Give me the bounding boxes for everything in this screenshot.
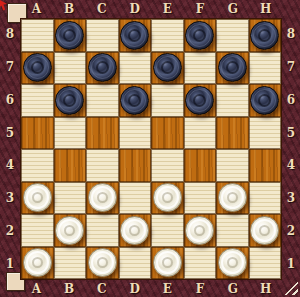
rank-label-right-3: 3 — [282, 182, 300, 215]
file-label-top-g: G — [217, 0, 250, 18]
white-man-b2[interactable] — [55, 216, 84, 245]
white-man-g3[interactable] — [218, 183, 247, 212]
rank-label-left-3: 3 — [0, 182, 20, 215]
square-b3[interactable] — [54, 182, 87, 215]
black-man-e7[interactable] — [153, 53, 182, 82]
square-f3[interactable] — [184, 182, 217, 215]
file-label-bottom-g: G — [217, 280, 250, 297]
square-h8[interactable] — [249, 19, 282, 52]
file-label-bottom-f: F — [184, 280, 217, 297]
square-a4[interactable] — [21, 149, 54, 182]
square-h6[interactable] — [249, 84, 282, 117]
checkers-app-window: ABCDEFGH ABCDEFGH 87654321 87654321 — [0, 0, 300, 297]
square-f1[interactable] — [184, 247, 217, 280]
black-man-d6[interactable] — [120, 86, 149, 115]
resize-grip-icon[interactable] — [284, 281, 298, 295]
square-e6[interactable] — [151, 84, 184, 117]
square-a2[interactable] — [21, 214, 54, 247]
square-c2[interactable] — [86, 214, 119, 247]
square-f2[interactable] — [184, 214, 217, 247]
square-d2[interactable] — [119, 214, 152, 247]
white-man-e1[interactable] — [153, 248, 182, 277]
square-a3[interactable] — [21, 182, 54, 215]
black-man-a7[interactable] — [23, 53, 52, 82]
square-f7[interactable] — [184, 52, 217, 85]
square-e3[interactable] — [151, 182, 184, 215]
square-f6[interactable] — [184, 84, 217, 117]
square-d1[interactable] — [119, 247, 152, 280]
rank-label-left-8: 8 — [0, 18, 20, 51]
square-d4[interactable] — [119, 149, 152, 182]
square-h7[interactable] — [249, 52, 282, 85]
rank-label-right-6: 6 — [282, 84, 300, 117]
square-c1[interactable] — [86, 247, 119, 280]
white-man-e3[interactable] — [153, 183, 182, 212]
square-a8[interactable] — [21, 19, 54, 52]
rank-label-left-6: 6 — [0, 84, 20, 117]
rank-label-left-4: 4 — [0, 149, 20, 182]
rank-label-right-7: 7 — [282, 51, 300, 84]
square-c5[interactable] — [86, 117, 119, 150]
square-b1[interactable] — [54, 247, 87, 280]
black-man-d8[interactable] — [120, 21, 149, 50]
square-d7[interactable] — [119, 52, 152, 85]
square-c3[interactable] — [86, 182, 119, 215]
file-label-top-b: B — [53, 0, 86, 18]
square-f4[interactable] — [184, 149, 217, 182]
square-a7[interactable] — [21, 52, 54, 85]
square-b6[interactable] — [54, 84, 87, 117]
square-g1[interactable] — [216, 247, 249, 280]
square-c8[interactable] — [86, 19, 119, 52]
square-g4[interactable] — [216, 149, 249, 182]
square-g2[interactable] — [216, 214, 249, 247]
rank-label-right-4: 4 — [282, 149, 300, 182]
square-h2[interactable] — [249, 214, 282, 247]
file-label-bottom-d: D — [118, 280, 151, 297]
square-e8[interactable] — [151, 19, 184, 52]
white-man-c1[interactable] — [88, 248, 117, 277]
white-man-f2[interactable] — [185, 216, 214, 245]
square-h5[interactable] — [249, 117, 282, 150]
square-g7[interactable] — [216, 52, 249, 85]
square-d5[interactable] — [119, 117, 152, 150]
square-c4[interactable] — [86, 149, 119, 182]
file-label-bottom-c: C — [86, 280, 119, 297]
square-c6[interactable] — [86, 84, 119, 117]
file-label-top-c: C — [86, 0, 119, 18]
square-b4[interactable] — [54, 149, 87, 182]
square-e7[interactable] — [151, 52, 184, 85]
rank-labels-right: 87654321 — [282, 18, 300, 280]
white-man-h2[interactable] — [250, 216, 279, 245]
file-label-bottom-a: A — [20, 280, 53, 297]
rank-label-left-5: 5 — [0, 116, 20, 149]
square-g5[interactable] — [216, 117, 249, 150]
rank-label-right-8: 8 — [282, 18, 300, 51]
square-b7[interactable] — [54, 52, 87, 85]
square-e1[interactable] — [151, 247, 184, 280]
black-man-h8[interactable] — [250, 21, 279, 50]
rank-label-left-2: 2 — [0, 215, 20, 248]
white-man-c3[interactable] — [88, 183, 117, 212]
file-label-top-f: F — [184, 0, 217, 18]
black-man-b6[interactable] — [55, 86, 84, 115]
black-man-f8[interactable] — [185, 21, 214, 50]
square-b5[interactable] — [54, 117, 87, 150]
board — [20, 18, 282, 280]
black-man-h6[interactable] — [250, 86, 279, 115]
rank-label-left-1: 1 — [0, 247, 20, 280]
square-a6[interactable] — [21, 84, 54, 117]
file-label-top-h: H — [249, 0, 282, 18]
square-d6[interactable] — [119, 84, 152, 117]
white-man-a1[interactable] — [23, 248, 52, 277]
square-g6[interactable] — [216, 84, 249, 117]
square-a5[interactable] — [21, 117, 54, 150]
square-e4[interactable] — [151, 149, 184, 182]
square-d3[interactable] — [119, 182, 152, 215]
square-e5[interactable] — [151, 117, 184, 150]
file-label-bottom-e: E — [151, 280, 184, 297]
square-a1[interactable] — [21, 247, 54, 280]
square-h4[interactable] — [249, 149, 282, 182]
square-f5[interactable] — [184, 117, 217, 150]
file-labels-top: ABCDEFGH — [20, 0, 282, 18]
rank-label-right-1: 1 — [282, 247, 300, 280]
file-label-top-d: D — [118, 0, 151, 18]
square-g8[interactable] — [216, 19, 249, 52]
white-man-g1[interactable] — [218, 248, 247, 277]
square-g3[interactable] — [216, 182, 249, 215]
square-f8[interactable] — [184, 19, 217, 52]
file-label-bottom-h: H — [249, 280, 282, 297]
square-h3[interactable] — [249, 182, 282, 215]
black-man-c7[interactable] — [88, 53, 117, 82]
rank-labels-left: 87654321 — [0, 18, 20, 280]
white-man-a3[interactable] — [23, 183, 52, 212]
file-label-top-e: E — [151, 0, 184, 18]
square-c7[interactable] — [86, 52, 119, 85]
file-labels-bottom: ABCDEFGH — [20, 280, 282, 297]
square-b8[interactable] — [54, 19, 87, 52]
black-man-b8[interactable] — [55, 21, 84, 50]
square-e2[interactable] — [151, 214, 184, 247]
square-d8[interactable] — [119, 19, 152, 52]
rank-label-left-7: 7 — [0, 51, 20, 84]
file-label-top-a: A — [20, 0, 53, 18]
rank-label-right-5: 5 — [282, 116, 300, 149]
black-man-f6[interactable] — [185, 86, 214, 115]
black-man-g7[interactable] — [218, 53, 247, 82]
white-man-d2[interactable] — [120, 216, 149, 245]
rank-label-right-2: 2 — [282, 215, 300, 248]
square-b2[interactable] — [54, 214, 87, 247]
square-h1[interactable] — [249, 247, 282, 280]
file-label-bottom-b: B — [53, 280, 86, 297]
